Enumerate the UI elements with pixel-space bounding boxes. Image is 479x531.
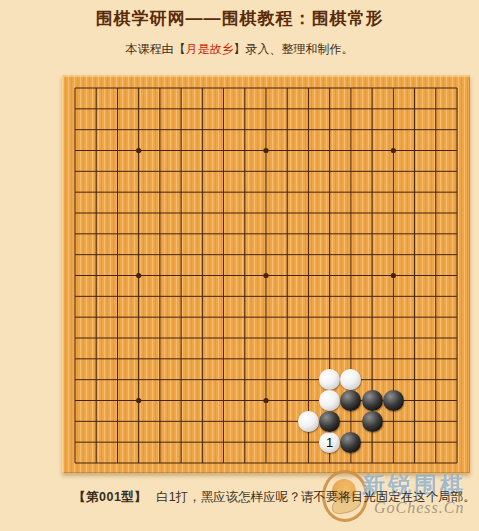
stone-white (319, 369, 340, 390)
stone-black (362, 411, 383, 432)
stone-white (340, 369, 361, 390)
go-board: 1 (62, 75, 470, 473)
stone-black (362, 390, 383, 411)
page-title: 围棋学研网——围棋教程：围棋常形 (0, 7, 479, 30)
subtitle-prefix: 本课程由【 (126, 42, 186, 56)
page-subtitle: 本课程由【月是故乡】录入、整理和制作。 (0, 41, 479, 58)
stone-black (319, 411, 340, 432)
page: 围棋学研网——围棋教程：围棋常形 本课程由【月是故乡】录入、整理和制作。 1 【… (0, 0, 479, 531)
stone-black (383, 390, 404, 411)
caption-text: 白1打，黑应该怎样应呢？请不要将目光固定在这个局部。 (156, 490, 475, 504)
caption-label: 【第001型】 (73, 490, 147, 504)
stone-white (319, 390, 340, 411)
subtitle-author: 月是故乡 (186, 42, 234, 56)
caption: 【第001型】白1打，黑应该怎样应呢？请不要将目光固定在这个局部。 (73, 489, 473, 506)
move-number-label: 1 (326, 436, 333, 449)
stones-layer: 1 (62, 75, 470, 473)
stone-black (340, 390, 361, 411)
subtitle-suffix: 】录入、整理和制作。 (234, 42, 354, 56)
stone-white-numbered: 1 (319, 432, 340, 453)
stone-black (340, 432, 361, 453)
stone-white (298, 411, 319, 432)
